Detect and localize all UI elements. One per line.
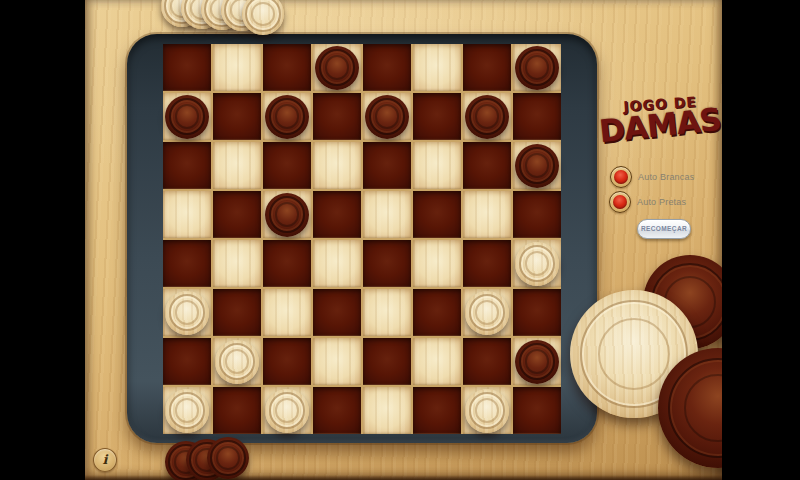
square-c8[interactable] — [263, 44, 311, 91]
square-b1[interactable] — [213, 387, 261, 434]
square-f7[interactable] — [413, 93, 461, 140]
square-a8[interactable] — [163, 44, 211, 91]
dark-piece[interactable] — [265, 95, 309, 139]
dark-piece[interactable] — [365, 95, 409, 139]
game-logo: JOGO DE DAMAS — [598, 96, 722, 140]
dark-piece[interactable] — [515, 340, 559, 384]
square-d2[interactable] — [313, 338, 361, 385]
square-d5[interactable] — [313, 191, 361, 238]
square-a5[interactable] — [163, 191, 211, 238]
square-b7[interactable] — [213, 93, 261, 140]
square-e8[interactable] — [363, 44, 411, 91]
auto-pretas-option[interactable]: Auto Pretas — [609, 191, 686, 212]
square-d7[interactable] — [313, 93, 361, 140]
info-icon: i — [103, 452, 108, 467]
square-f6[interactable] — [413, 142, 461, 189]
square-e3[interactable] — [363, 289, 411, 336]
square-h1[interactable] — [513, 387, 561, 434]
letterbox-right — [722, 0, 800, 480]
square-d6[interactable] — [313, 142, 361, 189]
square-g2[interactable] — [463, 338, 511, 385]
square-f5[interactable] — [413, 191, 461, 238]
tray-dark-piece — [207, 437, 249, 479]
square-h4[interactable] — [513, 240, 561, 287]
square-b4[interactable] — [213, 240, 261, 287]
game-screen: JOGO DE DAMAS Auto Brancas Auto Pretas R… — [0, 0, 800, 480]
square-c7[interactable] — [263, 93, 311, 140]
restart-button[interactable]: RECOMEÇAR — [637, 219, 691, 239]
checkers-board — [163, 44, 561, 434]
auto-brancas-option[interactable]: Auto Brancas — [610, 166, 694, 187]
square-g8[interactable] — [463, 44, 511, 91]
letterbox-left — [0, 0, 85, 480]
square-d8[interactable] — [313, 44, 361, 91]
auto-pretas-indicator-icon[interactable] — [609, 191, 631, 213]
square-h5[interactable] — [513, 191, 561, 238]
square-a2[interactable] — [163, 338, 211, 385]
square-c2[interactable] — [263, 338, 311, 385]
square-h6[interactable] — [513, 142, 561, 189]
square-g6[interactable] — [463, 142, 511, 189]
dark-piece[interactable] — [265, 193, 309, 237]
square-b5[interactable] — [213, 191, 261, 238]
square-c3[interactable] — [263, 289, 311, 336]
square-h2[interactable] — [513, 338, 561, 385]
square-c6[interactable] — [263, 142, 311, 189]
dark-piece[interactable] — [465, 95, 509, 139]
square-d3[interactable] — [313, 289, 361, 336]
square-c1[interactable] — [263, 387, 311, 434]
square-g5[interactable] — [463, 191, 511, 238]
square-b2[interactable] — [213, 338, 261, 385]
square-a4[interactable] — [163, 240, 211, 287]
square-g4[interactable] — [463, 240, 511, 287]
square-b6[interactable] — [213, 142, 261, 189]
square-c4[interactable] — [263, 240, 311, 287]
square-e1[interactable] — [363, 387, 411, 434]
square-h7[interactable] — [513, 93, 561, 140]
square-a3[interactable] — [163, 289, 211, 336]
square-g1[interactable] — [463, 387, 511, 434]
square-e6[interactable] — [363, 142, 411, 189]
square-d4[interactable] — [313, 240, 361, 287]
white-piece[interactable] — [165, 291, 209, 335]
square-h8[interactable] — [513, 44, 561, 91]
square-a7[interactable] — [163, 93, 211, 140]
white-piece[interactable] — [465, 389, 509, 433]
square-f2[interactable] — [413, 338, 461, 385]
square-f4[interactable] — [413, 240, 461, 287]
square-a1[interactable] — [163, 387, 211, 434]
white-piece[interactable] — [515, 242, 559, 286]
square-e5[interactable] — [363, 191, 411, 238]
square-d1[interactable] — [313, 387, 361, 434]
square-f8[interactable] — [413, 44, 461, 91]
white-piece[interactable] — [215, 340, 259, 384]
white-piece[interactable] — [265, 389, 309, 433]
square-c5[interactable] — [263, 191, 311, 238]
square-f3[interactable] — [413, 289, 461, 336]
square-b3[interactable] — [213, 289, 261, 336]
auto-pretas-label: Auto Pretas — [637, 197, 686, 207]
dark-piece[interactable] — [515, 144, 559, 188]
white-piece[interactable] — [165, 389, 209, 433]
square-h3[interactable] — [513, 289, 561, 336]
square-f1[interactable] — [413, 387, 461, 434]
square-g7[interactable] — [463, 93, 511, 140]
auto-brancas-indicator-icon[interactable] — [610, 166, 632, 188]
auto-brancas-label: Auto Brancas — [638, 172, 694, 182]
square-e4[interactable] — [363, 240, 411, 287]
dark-piece[interactable] — [515, 46, 559, 90]
info-button[interactable]: i — [93, 448, 117, 472]
white-piece[interactable] — [465, 291, 509, 335]
square-g3[interactable] — [463, 289, 511, 336]
square-a6[interactable] — [163, 142, 211, 189]
square-e7[interactable] — [363, 93, 411, 140]
dark-piece[interactable] — [315, 46, 359, 90]
square-b8[interactable] — [213, 44, 261, 91]
square-e2[interactable] — [363, 338, 411, 385]
dark-piece[interactable] — [165, 95, 209, 139]
